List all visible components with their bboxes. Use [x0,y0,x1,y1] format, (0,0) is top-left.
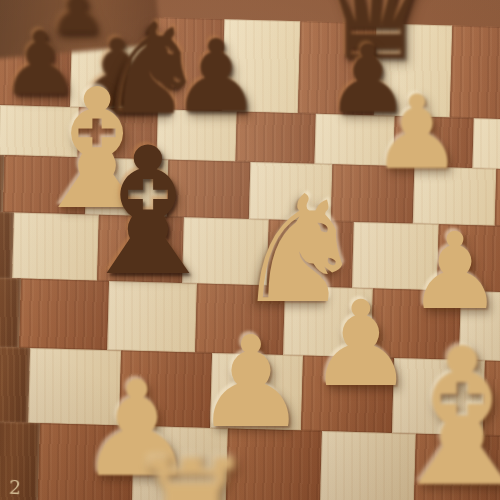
piece-white-bishop-d2: ♝ [377,324,500,500]
chess-board-photo: ♟♟♟♞♟♟♛♝♝♞♟♟♟♟♟♝♜ 2 [0,0,500,500]
piece-white-pawn-c6: ♟ [371,82,462,184]
rank-coordinate-label: 2 [8,476,21,499]
pieces-layer: ♟♟♟♞♟♟♛♝♝♞♟♟♟♟♟♝♜ [0,0,500,500]
piece-white-rook-g1: ♜ [125,440,259,500]
piece-black-bishop-g5: ♝ [69,125,227,301]
